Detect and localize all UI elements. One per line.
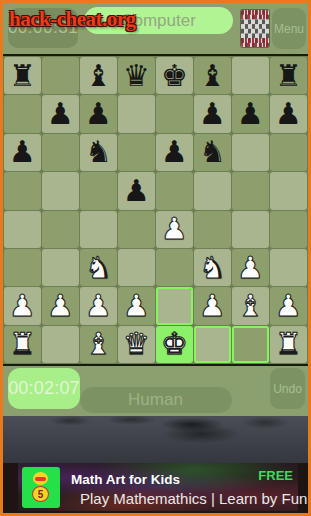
black-rook: ♜ [275, 61, 302, 91]
square-c4[interactable] [80, 211, 117, 248]
white-knight: ♞ [85, 253, 112, 283]
square-e2[interactable] [156, 287, 193, 324]
square-b7[interactable]: ♟ [42, 95, 79, 132]
square-h8[interactable]: ♜ [270, 57, 307, 94]
black-pawn: ♟ [9, 137, 36, 167]
white-pawn: ♟ [275, 291, 302, 321]
square-g2[interactable]: ♝ [232, 287, 269, 324]
square-a3[interactable] [4, 249, 41, 286]
square-e1[interactable]: ♚ [156, 326, 193, 363]
human-timer: 00:02:07 [8, 368, 80, 409]
black-bishop: ♝ [85, 61, 112, 91]
square-g3[interactable]: ♟ [232, 249, 269, 286]
ad-mascot-icon [33, 472, 48, 485]
black-bishop: ♝ [199, 61, 226, 91]
human-name-pill: Human [80, 387, 232, 413]
square-e3[interactable] [156, 249, 193, 286]
square-d8[interactable]: ♛ [118, 57, 155, 94]
bottom-bar: 00:02:07 Human Undo [3, 366, 308, 416]
square-f8[interactable]: ♝ [194, 57, 231, 94]
square-a2[interactable]: ♟ [4, 287, 41, 324]
white-pawn: ♟ [9, 291, 36, 321]
ad-banner[interactable]: 5 Math Art for Kids FREE Play Mathemathi… [3, 463, 308, 513]
white-knight: ♞ [199, 253, 226, 283]
black-queen: ♛ [123, 61, 150, 91]
square-a1[interactable]: ♜ [4, 326, 41, 363]
square-e8[interactable]: ♚ [156, 57, 193, 94]
white-rook: ♜ [275, 329, 302, 359]
chess-board: ♜♝♛♚♝♜♟♟♟♟♟♟♞♟♞♟♟♞♞♟♟♟♟♟♟♝♟♜♝♛♚♜ [3, 56, 308, 364]
ad-coin-badge: 5 [32, 486, 49, 502]
ad-subtitle: Play Mathemathics | Learn by Fun [80, 490, 307, 507]
black-knight: ♞ [199, 137, 226, 167]
square-f1[interactable] [194, 326, 231, 363]
square-c7[interactable]: ♟ [80, 95, 117, 132]
undo-button[interactable]: Undo [270, 368, 305, 409]
white-rook: ♜ [9, 329, 36, 359]
chess-app-screen: hack-cheat.org 00:00:31 Computer Menu ♜♝… [0, 0, 311, 516]
square-d3[interactable] [118, 249, 155, 286]
watermark: hack-cheat.org [9, 7, 136, 32]
square-g1[interactable] [232, 326, 269, 363]
square-b8[interactable] [42, 57, 79, 94]
black-pawn: ♟ [275, 99, 302, 129]
black-pawn: ♟ [161, 137, 188, 167]
black-pawn: ♟ [199, 99, 226, 129]
black-pawn: ♟ [85, 99, 112, 129]
board-thumbnail-icon[interactable] [241, 10, 269, 47]
square-c8[interactable]: ♝ [80, 57, 117, 94]
white-bishop: ♝ [237, 291, 264, 321]
square-b3[interactable] [42, 249, 79, 286]
square-a4[interactable] [4, 211, 41, 248]
square-c5[interactable] [80, 172, 117, 209]
square-b5[interactable] [42, 172, 79, 209]
black-pawn: ♟ [237, 99, 264, 129]
square-c3[interactable]: ♞ [80, 249, 117, 286]
square-d2[interactable]: ♟ [118, 287, 155, 324]
square-e7[interactable] [156, 95, 193, 132]
square-c2[interactable]: ♟ [80, 287, 117, 324]
square-h3[interactable] [270, 249, 307, 286]
square-g6[interactable] [232, 134, 269, 171]
square-a8[interactable]: ♜ [4, 57, 41, 94]
white-pawn: ♟ [237, 253, 264, 283]
white-bishop: ♝ [85, 329, 112, 359]
square-b6[interactable] [42, 134, 79, 171]
square-b1[interactable] [42, 326, 79, 363]
ad-title: Math Art for Kids [71, 472, 180, 487]
square-h5[interactable] [270, 172, 307, 209]
black-rook: ♜ [9, 61, 36, 91]
square-d1[interactable]: ♛ [118, 326, 155, 363]
square-g4[interactable] [232, 211, 269, 248]
square-h1[interactable]: ♜ [270, 326, 307, 363]
square-e4[interactable]: ♟ [156, 211, 193, 248]
ad-content: 5 Math Art for Kids FREE Play Mathemathi… [18, 463, 298, 511]
square-g8[interactable] [232, 57, 269, 94]
square-f3[interactable]: ♞ [194, 249, 231, 286]
white-pawn: ♟ [123, 291, 150, 321]
square-b2[interactable]: ♟ [42, 287, 79, 324]
square-h2[interactable]: ♟ [270, 287, 307, 324]
ad-free-badge: FREE [258, 468, 293, 483]
square-c6[interactable]: ♞ [80, 134, 117, 171]
white-pawn: ♟ [161, 214, 188, 244]
square-a6[interactable]: ♟ [4, 134, 41, 171]
square-d7[interactable] [118, 95, 155, 132]
background-photo-strip [3, 416, 308, 463]
black-king: ♚ [161, 61, 188, 91]
square-a7[interactable] [4, 95, 41, 132]
square-e6[interactable]: ♟ [156, 134, 193, 171]
square-f2[interactable]: ♟ [194, 287, 231, 324]
square-e5[interactable] [156, 172, 193, 209]
black-pawn: ♟ [123, 176, 150, 206]
black-pawn: ♟ [47, 99, 74, 129]
white-pawn: ♟ [85, 291, 112, 321]
square-d4[interactable] [118, 211, 155, 248]
square-d5[interactable]: ♟ [118, 172, 155, 209]
white-king: ♚ [161, 329, 188, 359]
square-c1[interactable]: ♝ [80, 326, 117, 363]
white-queen: ♛ [123, 329, 150, 359]
ad-app-icon: 5 [22, 467, 60, 508]
square-g5[interactable] [232, 172, 269, 209]
white-pawn: ♟ [199, 291, 226, 321]
square-f5[interactable] [194, 172, 231, 209]
square-g7[interactable]: ♟ [232, 95, 269, 132]
white-pawn: ♟ [47, 291, 74, 321]
square-h7[interactable]: ♟ [270, 95, 307, 132]
square-h4[interactable] [270, 211, 307, 248]
square-f6[interactable]: ♞ [194, 134, 231, 171]
menu-button[interactable]: Menu [272, 8, 306, 49]
black-knight: ♞ [85, 137, 112, 167]
square-d6[interactable] [118, 134, 155, 171]
square-h6[interactable] [270, 134, 307, 171]
square-b4[interactable] [42, 211, 79, 248]
square-f7[interactable]: ♟ [194, 95, 231, 132]
square-a5[interactable] [4, 172, 41, 209]
square-f4[interactable] [194, 211, 231, 248]
